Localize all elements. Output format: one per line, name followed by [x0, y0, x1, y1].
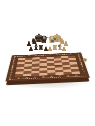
file-label-back-c: c [32, 55, 39, 58]
brass-clasp [83, 58, 87, 61]
rank-label-left-1: 1 [7, 74, 15, 77]
product-photo-chess-set: aabbccddeeffgghh8877665544332211 ♟♞♚♛♟♝♜… [0, 0, 95, 126]
file-label-front-c: c [31, 76, 39, 80]
file-label-front-h: h [72, 74, 81, 78]
rank-label-right-1: 1 [80, 71, 88, 74]
board-squares-grid [15, 56, 80, 77]
chess-board-tilt: aabbccddeeffgghh8877665544332211 [6, 35, 88, 95]
file-label-front-d: d [39, 76, 47, 80]
file-label-front-e: e [47, 75, 56, 79]
chess-board: aabbccddeeffgghh8877665544332211 [5, 52, 89, 81]
file-label-back-h: h [67, 53, 75, 56]
